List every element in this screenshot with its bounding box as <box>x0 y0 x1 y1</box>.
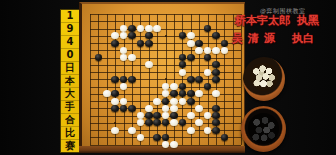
stone-black <box>187 76 195 83</box>
stone-white <box>103 90 111 97</box>
stone-black <box>153 134 161 141</box>
stone-black <box>162 98 170 105</box>
banner-char: 赛 <box>61 140 79 152</box>
stone-white <box>111 98 119 105</box>
stone-black <box>111 40 119 47</box>
stone-black <box>128 32 136 39</box>
stone-white <box>170 141 178 148</box>
stone-black <box>170 90 178 97</box>
stone-black <box>204 83 212 90</box>
stone-black <box>179 90 187 97</box>
stone-black <box>212 76 220 83</box>
stone-white <box>162 90 170 97</box>
stone-white <box>179 69 187 76</box>
stone-black <box>170 112 178 119</box>
stone-black <box>95 54 103 61</box>
stone-black <box>212 69 220 76</box>
banner-char: 大 <box>61 88 79 101</box>
stone-black <box>204 25 212 32</box>
stone-black <box>212 112 220 119</box>
stone-black <box>179 54 187 61</box>
stone-white <box>145 61 153 68</box>
white-stones-pile <box>250 63 278 91</box>
banner-char: 0 <box>61 49 79 62</box>
stone-white <box>204 47 212 54</box>
stone-black <box>153 112 161 119</box>
stone-black <box>137 40 145 47</box>
stone-white <box>145 25 153 32</box>
stone-white <box>120 25 128 32</box>
black-stones-pile <box>248 113 279 144</box>
stone-white <box>170 119 178 126</box>
stone-black <box>145 112 153 119</box>
stone-white <box>137 25 145 32</box>
banner-char: 本 <box>61 75 79 88</box>
stone-white <box>204 112 212 119</box>
stone-white <box>111 32 119 39</box>
stone-black <box>187 90 195 97</box>
watermark-text: @弈制围棋教室 <box>260 7 306 14</box>
stone-black <box>179 83 187 90</box>
stone-black <box>145 40 153 47</box>
stone-white <box>137 119 145 126</box>
stone-white <box>120 47 128 54</box>
stone-white <box>153 98 161 105</box>
stone-white <box>212 47 220 54</box>
stone-black <box>145 32 153 39</box>
stone-white <box>120 32 128 39</box>
white-player-name: 吴清源 <box>232 32 280 45</box>
stone-black <box>187 54 195 61</box>
stone-black <box>111 76 119 83</box>
banner-char: 4 <box>61 36 79 49</box>
star-point <box>165 35 167 37</box>
stone-white <box>128 54 136 61</box>
stone-white <box>153 25 161 32</box>
stone-black <box>120 105 128 112</box>
stone-white <box>120 83 128 90</box>
white-player-role: 执白 <box>292 32 314 45</box>
stone-black <box>128 105 136 112</box>
stone-black <box>221 40 229 47</box>
star-point <box>114 122 116 124</box>
stone-black <box>111 90 119 97</box>
stone-black <box>212 32 220 39</box>
stone-white <box>162 105 170 112</box>
stone-white <box>221 47 229 54</box>
banner-char: 9 <box>61 23 79 36</box>
stone-white <box>204 127 212 134</box>
stone-white <box>170 105 178 112</box>
black-player-role: 执黑 <box>297 14 319 27</box>
stone-black <box>212 127 220 134</box>
black-player-caption: 桥本宇太郎执黑 <box>235 15 319 27</box>
white-stone-bowl <box>243 57 285 101</box>
banner-char: 比 <box>61 127 79 140</box>
stone-black <box>195 76 203 83</box>
stone-white <box>187 127 195 134</box>
event-banner: 1940日本大手合比赛 <box>60 9 80 153</box>
video-frame: 1940日本大手合比赛 @弈制围棋教室 桥本宇太郎执黑 吴清源执白 <box>0 0 336 155</box>
banner-char: 1 <box>61 10 79 23</box>
stone-black <box>128 25 136 32</box>
stone-black <box>195 40 203 47</box>
stone-black <box>120 76 128 83</box>
stone-black <box>111 105 119 112</box>
go-board <box>79 2 245 153</box>
stone-black <box>162 134 170 141</box>
grid-line <box>208 14 209 145</box>
stone-black <box>212 119 220 126</box>
stone-white <box>187 40 195 47</box>
stone-white <box>120 98 128 105</box>
stone-white <box>162 83 170 90</box>
stone-white <box>111 127 119 134</box>
stone-white <box>195 119 203 126</box>
stone-black <box>179 32 187 39</box>
grid-line <box>224 14 225 145</box>
stone-white <box>120 54 128 61</box>
stone-white <box>170 98 178 105</box>
stone-black <box>179 119 187 126</box>
stone-black <box>179 61 187 68</box>
stone-black <box>145 119 153 126</box>
stone-white <box>204 69 212 76</box>
stone-black <box>204 54 212 61</box>
banner-char: 手 <box>61 101 79 114</box>
black-stone-bowl <box>241 106 286 152</box>
stone-white <box>137 134 145 141</box>
stone-black <box>212 61 220 68</box>
stone-black <box>212 105 220 112</box>
stone-white <box>187 112 195 119</box>
stone-black <box>128 76 136 83</box>
stone-white <box>162 112 170 119</box>
stone-white <box>212 90 220 97</box>
stone-white <box>195 47 203 54</box>
stone-white <box>145 105 153 112</box>
stone-black <box>162 119 170 126</box>
white-player-caption: 吴清源执白 <box>232 33 314 45</box>
star-point <box>165 78 167 80</box>
black-player-name: 桥本宇太郎 <box>235 14 290 27</box>
stone-white <box>187 32 195 39</box>
stone-white <box>195 105 203 112</box>
stone-white <box>137 112 145 119</box>
banner-char: 合 <box>61 114 79 127</box>
banner-char: 日 <box>61 62 79 75</box>
stone-white <box>128 127 136 134</box>
stone-black <box>187 98 195 105</box>
stone-white <box>170 83 178 90</box>
stone-black <box>221 134 229 141</box>
stone-white <box>179 98 187 105</box>
stone-black <box>153 119 161 126</box>
stone-white <box>195 90 203 97</box>
